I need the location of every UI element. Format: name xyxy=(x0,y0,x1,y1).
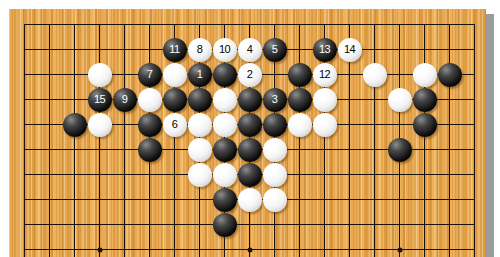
move-number: 1 xyxy=(197,69,203,80)
white-stone xyxy=(263,188,287,212)
move-number: 14 xyxy=(344,44,355,55)
grid-line xyxy=(449,24,450,257)
black-stone: 15 xyxy=(88,88,112,112)
white-stone: 4 xyxy=(238,38,262,62)
grid-line xyxy=(474,24,475,257)
white-stone xyxy=(163,63,187,87)
move-number: 3 xyxy=(272,94,278,105)
black-stone: 1 xyxy=(188,63,212,87)
black-stone xyxy=(288,88,312,112)
black-stone: 5 xyxy=(263,38,287,62)
white-stone xyxy=(288,113,312,137)
star-point xyxy=(247,247,252,252)
white-stone: 8 xyxy=(188,38,212,62)
move-number: 11 xyxy=(169,44,179,55)
black-stone xyxy=(238,138,262,162)
diagram-background: 118104513147121215936 xyxy=(0,0,500,257)
move-number: 13 xyxy=(319,44,330,55)
white-stone xyxy=(213,113,237,137)
white-stone xyxy=(138,88,162,112)
grid-line xyxy=(299,24,300,257)
white-stone xyxy=(263,163,287,187)
white-stone xyxy=(88,63,112,87)
black-stone: 7 xyxy=(138,63,162,87)
white-stone xyxy=(263,138,287,162)
star-point xyxy=(97,247,102,252)
white-stone: 12 xyxy=(313,63,337,87)
star-point xyxy=(397,247,402,252)
grid-line xyxy=(374,24,375,257)
black-stone xyxy=(388,138,412,162)
black-stone xyxy=(213,63,237,87)
black-stone xyxy=(63,113,87,137)
grid-line xyxy=(49,24,50,257)
go-board[interactable]: 118104513147121215936 xyxy=(9,9,486,257)
move-number: 6 xyxy=(172,119,178,130)
move-number: 2 xyxy=(247,69,253,80)
move-number: 7 xyxy=(147,69,153,80)
white-stone xyxy=(88,113,112,137)
move-number: 8 xyxy=(197,44,203,55)
black-stone xyxy=(413,113,437,137)
white-stone: 2 xyxy=(238,63,262,87)
black-stone xyxy=(163,88,187,112)
grid-line xyxy=(74,24,75,257)
move-number: 10 xyxy=(219,44,230,55)
black-stone xyxy=(413,88,437,112)
black-stone: 3 xyxy=(263,88,287,112)
move-number: 9 xyxy=(122,94,128,105)
black-stone xyxy=(238,163,262,187)
white-stone xyxy=(188,138,212,162)
white-stone xyxy=(213,163,237,187)
white-stone xyxy=(313,113,337,137)
black-stone xyxy=(138,138,162,162)
grid-line xyxy=(24,24,25,257)
grid-line xyxy=(424,24,425,257)
white-stone xyxy=(238,188,262,212)
black-stone: 9 xyxy=(113,88,137,112)
white-stone: 10 xyxy=(213,38,237,62)
board-shadow xyxy=(486,14,494,257)
black-stone: 13 xyxy=(313,38,337,62)
black-stone xyxy=(213,188,237,212)
black-stone xyxy=(213,138,237,162)
white-stone: 6 xyxy=(163,113,187,137)
white-stone xyxy=(388,88,412,112)
black-stone xyxy=(288,63,312,87)
white-stone: 14 xyxy=(338,38,362,62)
black-stone xyxy=(138,113,162,137)
white-stone xyxy=(413,63,437,87)
black-stone xyxy=(263,113,287,137)
grid-line xyxy=(124,24,125,257)
black-stone xyxy=(238,88,262,112)
black-stone xyxy=(213,213,237,237)
white-stone xyxy=(313,88,337,112)
move-number: 15 xyxy=(94,94,105,105)
white-stone xyxy=(363,63,387,87)
white-stone xyxy=(213,88,237,112)
black-stone xyxy=(238,113,262,137)
black-stone xyxy=(438,63,462,87)
black-stone: 11 xyxy=(163,38,187,62)
white-stone xyxy=(188,163,212,187)
grid-line xyxy=(24,24,475,25)
grid-line xyxy=(24,224,475,225)
move-number: 12 xyxy=(319,69,330,80)
move-number: 4 xyxy=(247,44,253,55)
grid-line xyxy=(99,24,100,257)
black-stone xyxy=(188,88,212,112)
white-stone xyxy=(188,113,212,137)
move-number: 5 xyxy=(272,44,278,55)
